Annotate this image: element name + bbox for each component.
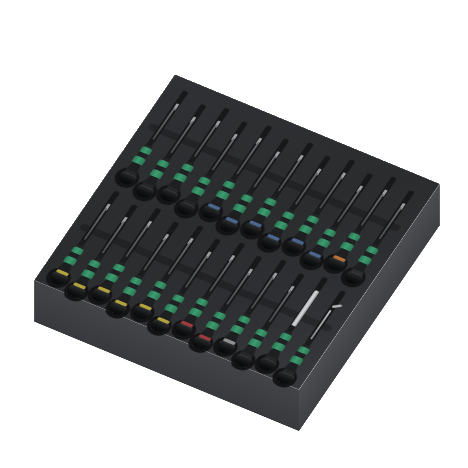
handle-neck: [134, 275, 143, 281]
screwdriver-front-row-10: [228, 280, 306, 371]
green-grip-lower: [247, 338, 262, 349]
foam-handle-pocket: [319, 251, 352, 278]
handle-mid-section: [294, 351, 306, 359]
green-grip-upper: [171, 294, 185, 304]
green-grip-lower: [62, 255, 77, 266]
handle-cone: [242, 344, 259, 356]
fast-turning-zone: [286, 325, 296, 334]
handle-mid-section: [276, 338, 288, 346]
foam-slot: [178, 242, 245, 335]
handle-neck: [284, 330, 293, 336]
handle-mid-section: [68, 251, 80, 259]
driver-tip: [246, 268, 253, 275]
handle-neck: [370, 244, 379, 250]
color-id-ring: [97, 286, 110, 293]
fast-turning-zone: [161, 273, 171, 282]
screwdriver-front-row-9: [210, 267, 288, 358]
rotating-end-cap: [89, 288, 111, 304]
handle-mid-section: [235, 320, 247, 328]
color-id-ring: [115, 299, 128, 306]
handle-neck: [301, 344, 310, 350]
handle-mid-section: [345, 237, 357, 245]
handle-mid-section: [127, 282, 139, 290]
handle-cone: [158, 309, 175, 321]
driver-tip: [187, 238, 194, 245]
fast-turning-zone: [372, 238, 382, 247]
green-grip-upper: [88, 259, 102, 269]
driver-shaft: [83, 208, 107, 241]
green-grip-upper: [365, 245, 379, 255]
fast-turning-zone: [203, 290, 213, 299]
handle-cone: [183, 313, 200, 325]
green-grip-lower: [122, 286, 137, 297]
color-id-ring: [73, 282, 86, 289]
handle-neck: [218, 309, 227, 315]
rotating-end-cap: [131, 305, 153, 321]
color-id-ring: [223, 337, 236, 344]
fast-turning-zone: [119, 256, 129, 265]
green-grip-upper: [195, 297, 209, 307]
handle-cone: [117, 292, 134, 304]
screwdriver-front-row-7: [168, 250, 246, 341]
handle-cone: [99, 278, 116, 290]
handle-mid-section: [362, 251, 374, 259]
handle-mid-section: [109, 269, 121, 277]
rotating-end-cap: [325, 256, 347, 272]
rotating-end-cap: [283, 239, 305, 255]
handle-cone: [57, 261, 74, 273]
color-id-ring: [282, 368, 295, 375]
driver-shaft: [167, 242, 191, 275]
color-id-ring: [333, 254, 346, 261]
handle-cone: [75, 275, 92, 287]
green-grip-upper: [213, 311, 227, 321]
driver-shaft: [268, 290, 292, 323]
handle-mid-section: [169, 299, 181, 307]
handle-cone: [200, 326, 217, 338]
fast-turning-zone: [244, 307, 254, 316]
rotating-end-cap: [259, 235, 281, 251]
screwdriver-front-row-4: [102, 229, 180, 320]
driver-shaft: [250, 277, 274, 310]
green-grip-lower: [80, 269, 95, 280]
green-grip-lower: [271, 341, 286, 352]
green-grip-lower: [188, 307, 203, 318]
rotating-end-cap: [342, 270, 364, 286]
fast-turning-zone: [220, 304, 230, 313]
green-grip-upper: [112, 263, 126, 273]
green-grip-upper: [296, 345, 310, 355]
handle-mid-section: [151, 286, 163, 294]
foam-handle-pocket: [277, 233, 310, 260]
handle-neck: [93, 258, 102, 264]
green-grip-upper: [279, 332, 293, 342]
handle-mid-section: [193, 303, 205, 311]
color-id-ring: [139, 303, 152, 310]
handle-cone: [352, 261, 369, 273]
green-grip-upper: [153, 280, 167, 290]
green-grip-lower: [104, 272, 119, 283]
green-grip-upper: [347, 232, 361, 242]
handle-neck: [75, 244, 84, 250]
handle-neck: [200, 296, 209, 302]
fast-turning-zone: [262, 321, 272, 330]
handle-mid-section: [85, 265, 97, 273]
handle-neck: [260, 327, 269, 333]
green-grip-lower: [289, 355, 304, 366]
rotating-end-cap: [173, 322, 195, 338]
handle-cone: [266, 347, 283, 359]
green-grip-lower: [164, 303, 179, 314]
fast-turning-zone: [77, 238, 87, 247]
driver-tip: [270, 272, 277, 279]
rotating-end-cap: [214, 339, 236, 355]
screwdriver-front-row-5: [127, 233, 205, 324]
nutdriver-shaft: [291, 290, 320, 328]
handle-cone: [141, 296, 158, 308]
handle-cone: [224, 330, 241, 342]
green-grip-upper: [70, 246, 84, 256]
green-grip-lower: [357, 255, 372, 266]
driver-tip: [229, 255, 236, 262]
foam-slot: [136, 225, 203, 318]
color-id-ring: [309, 251, 322, 258]
screwdriver-front-row-8: [186, 263, 264, 354]
foam-slot: [112, 221, 179, 314]
fast-turning-zone: [304, 338, 314, 347]
handle-neck: [159, 279, 168, 285]
rotating-end-cap: [300, 253, 322, 269]
fast-turning-zone: [178, 286, 188, 295]
green-grip-lower: [146, 290, 161, 301]
green-grip-lower: [316, 237, 331, 248]
handle-cone: [310, 243, 327, 255]
green-grip-lower: [340, 241, 355, 252]
handle-neck: [176, 292, 185, 298]
fast-turning-zone: [355, 224, 365, 233]
green-grip-upper: [255, 328, 269, 338]
green-grip-lower: [229, 324, 244, 335]
driver-shaft: [143, 238, 167, 271]
foam-slot: [220, 259, 287, 352]
color-id-ring: [291, 237, 304, 244]
bent-tip-hook: [332, 304, 342, 307]
green-grip-lower: [205, 320, 220, 331]
color-id-ring: [56, 268, 69, 275]
foam-handle-pocket: [253, 230, 286, 257]
foam-handle-pocket: [337, 264, 370, 291]
handle-neck: [242, 313, 251, 319]
foam-slot: [262, 277, 329, 370]
screwdriver-front-row-6: [144, 246, 222, 337]
handle-mid-section: [210, 317, 222, 325]
foam-slot: [237, 273, 304, 366]
handle-mid-section: [252, 334, 264, 342]
rotating-end-cap: [256, 357, 278, 373]
color-id-ring: [351, 268, 364, 275]
foam-slot: [154, 238, 221, 331]
foam-tray-block: [34, 74, 440, 389]
handle-neck: [117, 261, 126, 267]
rotating-end-cap: [47, 270, 69, 286]
foam-slot: [196, 256, 263, 349]
driver-tip: [205, 251, 212, 258]
handle-cone: [335, 247, 352, 259]
color-id-ring: [181, 320, 194, 327]
color-id-ring: [240, 351, 253, 358]
color-id-ring: [264, 355, 277, 362]
driver-tip: [163, 234, 170, 241]
fast-turning-zone: [137, 269, 147, 278]
handle-mid-section: [321, 234, 333, 242]
driver-shaft: [209, 259, 233, 292]
color-id-ring: [198, 333, 211, 340]
handle-cone: [284, 361, 301, 373]
color-id-ring: [157, 316, 170, 323]
color-id-ring: [267, 233, 280, 240]
driver-tip: [288, 286, 295, 293]
bent-shaft: [309, 310, 331, 340]
driver-shaft: [184, 255, 208, 288]
product-photo: [0, 0, 468, 468]
driver-shaft: [226, 273, 250, 306]
screwdriver-front-row-1: [43, 198, 121, 289]
green-grip-upper: [129, 276, 143, 286]
green-grip-upper: [237, 315, 251, 325]
fast-turning-zone: [95, 252, 105, 261]
foam-handle-pocket: [295, 247, 328, 274]
